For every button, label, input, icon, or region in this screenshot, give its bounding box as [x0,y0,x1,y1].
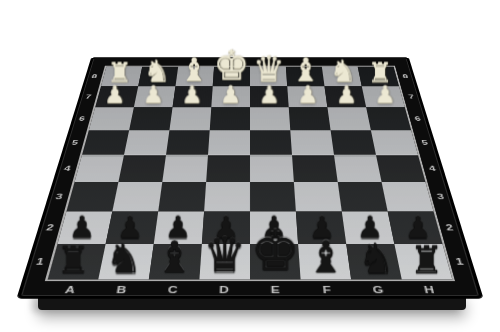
square-h5[interactable] [371,130,418,155]
square-d6[interactable] [210,107,250,130]
square-f3[interactable] [294,182,342,212]
black-knight-g1[interactable]: ♞ [358,239,395,278]
frame-corner [452,280,483,299]
square-c6[interactable] [169,107,211,130]
file-label-h: H [402,280,458,299]
white-pawn-c7[interactable]: ♟ [181,84,202,107]
black-queen-d1[interactable]: ♛ [203,232,246,278]
file-label-b: B [94,280,149,299]
square-c5[interactable] [166,130,210,155]
black-knight-b1[interactable]: ♞ [106,239,143,278]
square-f7[interactable]: ♟ [287,86,327,107]
square-b3[interactable] [112,182,162,212]
square-h4[interactable] [376,155,425,182]
square-e6[interactable] [250,107,290,130]
square-a6[interactable] [89,107,134,130]
square-f4[interactable] [292,155,338,182]
chessboard: 8♜♞♝♚♛♝♞♜87♟♟♟♟♟♟♟♟7665544332♟♟♟♟♟♟♟♟21♜… [16,57,483,299]
square-f5[interactable] [290,130,334,155]
square-h6[interactable] [366,107,411,130]
file-label-c: C [146,280,199,299]
square-a3[interactable] [66,182,118,212]
square-b4[interactable] [118,155,166,182]
frame-far-rail [391,57,412,66]
board-scene: 8♜♞♝♚♛♝♞♜87♟♟♟♟♟♟♟♟7665544332♟♟♟♟♟♟♟♟21♜… [61,0,439,332]
file-label-f: F [301,280,354,299]
white-pawn-a7[interactable]: ♟ [104,84,125,107]
square-d3[interactable] [204,182,250,212]
chess-set-photo: 8♜♞♝♚♛♝♞♜87♟♟♟♟♟♟♟♟7665544332♟♟♟♟♟♟♟♟21♜… [0,0,500,332]
white-king-d8[interactable]: ♚ [213,47,250,86]
rank-label-right-6: 6 [405,107,431,130]
square-d5[interactable] [208,130,250,155]
square-c7[interactable]: ♟ [173,86,213,107]
square-d7[interactable]: ♟ [211,86,250,107]
square-g4[interactable] [334,155,382,182]
white-pawn-g7[interactable]: ♟ [336,84,357,107]
square-h1[interactable]: ♜ [394,244,452,280]
file-label-a: A [42,280,98,299]
file-label-g: G [351,280,406,299]
square-a4[interactable] [75,155,124,182]
square-a5[interactable] [82,130,129,155]
white-pawn-e7[interactable]: ♟ [259,84,280,107]
square-e5[interactable] [250,130,292,155]
square-b7[interactable]: ♟ [134,86,176,107]
square-f6[interactable] [289,107,331,130]
black-bishop-f1[interactable]: ♝ [306,237,345,278]
square-c4[interactable] [162,155,208,182]
square-d4[interactable] [206,155,250,182]
square-a1[interactable]: ♜ [48,244,106,280]
black-rook-h1[interactable]: ♜ [410,242,443,277]
square-e4[interactable] [250,155,294,182]
square-d1[interactable]: ♛ [199,244,250,280]
black-rook-a1[interactable]: ♜ [57,242,90,277]
square-g7[interactable]: ♟ [325,86,367,107]
black-king-e1[interactable]: ♚ [250,225,300,277]
square-b5[interactable] [124,130,169,155]
square-e1[interactable]: ♚ [250,244,301,280]
square-a7[interactable]: ♟ [95,86,138,107]
white-pawn-d7[interactable]: ♟ [220,84,241,107]
square-g5[interactable] [331,130,376,155]
square-g1[interactable]: ♞ [346,244,402,280]
square-e7[interactable]: ♟ [250,86,289,107]
square-h7[interactable]: ♟ [362,86,405,107]
square-c3[interactable] [158,182,206,212]
square-g6[interactable] [327,107,370,130]
square-c1[interactable]: ♝ [149,244,202,280]
file-label-d: D [198,280,250,299]
rank-label-right-1: 1 [443,244,478,280]
square-b1[interactable]: ♞ [98,244,154,280]
white-pawn-b7[interactable]: ♟ [143,84,164,107]
white-pawn-f7[interactable]: ♟ [297,84,318,107]
black-bishop-c1[interactable]: ♝ [155,237,194,278]
square-e3[interactable] [250,182,296,212]
white-pawn-h7[interactable]: ♟ [375,84,396,107]
square-g3[interactable] [338,182,388,212]
square-h3[interactable] [382,182,434,212]
square-b6[interactable] [129,107,172,130]
square-f1[interactable]: ♝ [298,244,351,280]
file-label-e: E [250,280,302,299]
